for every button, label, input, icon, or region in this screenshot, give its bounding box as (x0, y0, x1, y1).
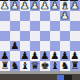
below-board-area (0, 71, 80, 80)
square-c4[interactable] (20, 21, 30, 31)
chess-app-window: ♟♟♟♟♟♟♝♟♟♟♟♟♟♟♟♟♟♜♞♝♛♚♝♞♜ (0, 0, 80, 80)
piece-white-pawn[interactable]: ♟ (21, 1, 30, 11)
square-h8[interactable]: ♜ (70, 61, 80, 71)
square-f3[interactable] (50, 11, 60, 21)
square-b4[interactable] (10, 21, 20, 31)
square-f2[interactable]: ♟ (50, 1, 60, 11)
square-g8[interactable]: ♞ (60, 61, 70, 71)
square-a2[interactable]: ♟ (0, 1, 10, 11)
piece-black-knight[interactable]: ♞ (11, 61, 20, 71)
piece-black-rook[interactable]: ♜ (1, 61, 10, 71)
square-a4[interactable] (0, 21, 10, 31)
square-e4[interactable] (40, 21, 50, 31)
piece-white-pawn[interactable]: ♟ (51, 1, 60, 11)
piece-white-pawn[interactable]: ♟ (31, 1, 40, 11)
piece-white-pawn[interactable]: ♟ (1, 1, 10, 11)
square-c3[interactable] (20, 11, 30, 21)
blue-ui-chip (57, 75, 64, 80)
square-a8[interactable]: ♜ (0, 61, 10, 71)
piece-black-king[interactable]: ♚ (41, 61, 50, 71)
piece-black-queen[interactable]: ♛ (31, 61, 40, 71)
square-e5[interactable] (40, 31, 50, 41)
square-e2[interactable]: ♟ (40, 1, 50, 11)
square-f8[interactable]: ♝ (50, 61, 60, 71)
square-c8[interactable]: ♝ (20, 61, 30, 71)
square-e8[interactable]: ♚ (40, 61, 50, 71)
piece-white-pawn[interactable]: ♟ (71, 1, 80, 11)
square-c2[interactable]: ♟ (20, 1, 30, 11)
piece-white-pawn[interactable]: ♟ (41, 1, 50, 11)
square-h2[interactable]: ♟ (70, 1, 80, 11)
dark-ui-chip (64, 75, 72, 80)
square-b8[interactable]: ♞ (10, 61, 20, 71)
square-b3[interactable] (10, 11, 20, 21)
square-h3[interactable] (70, 11, 80, 21)
square-c5[interactable] (20, 31, 30, 41)
piece-white-pawn[interactable]: ♟ (11, 1, 20, 11)
square-a3[interactable] (0, 11, 10, 21)
chess-board[interactable]: ♟♟♟♟♟♟♝♟♟♟♟♟♟♟♟♟♟♜♞♝♛♚♝♞♜ (0, 1, 80, 71)
piece-black-knight[interactable]: ♞ (61, 61, 70, 71)
piece-black-pawn[interactable]: ♟ (11, 41, 20, 51)
square-h4[interactable] (70, 21, 80, 31)
piece-white-pawn[interactable]: ♟ (61, 11, 70, 21)
square-b2[interactable]: ♟ (10, 1, 20, 11)
square-g5[interactable] (60, 31, 70, 41)
square-g3[interactable]: ♟ (60, 11, 70, 21)
square-e3[interactable] (40, 11, 50, 21)
square-d3[interactable] (30, 11, 40, 21)
square-d4[interactable] (30, 21, 40, 31)
square-f5[interactable] (50, 31, 60, 41)
square-g4[interactable] (60, 21, 70, 31)
square-b6[interactable]: ♟ (10, 41, 20, 51)
piece-black-bishop[interactable]: ♝ (51, 61, 60, 71)
square-h5[interactable] (70, 31, 80, 41)
square-d2[interactable]: ♟ (30, 1, 40, 11)
piece-black-rook[interactable]: ♜ (71, 61, 80, 71)
square-f4[interactable] (50, 21, 60, 31)
square-d8[interactable]: ♛ (30, 61, 40, 71)
square-d5[interactable] (30, 31, 40, 41)
square-a5[interactable] (0, 31, 10, 41)
piece-black-bishop[interactable]: ♝ (21, 61, 30, 71)
